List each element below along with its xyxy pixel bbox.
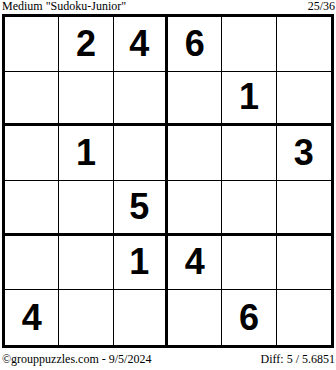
cell-r6c6[interactable] [277,290,331,345]
cell-r3c4[interactable] [168,126,222,181]
cell-r3c1[interactable] [5,126,59,181]
sudoku-board: 24611351446 [2,14,334,348]
cell-r2c2[interactable] [59,72,113,127]
cell-r3c5[interactable] [222,126,276,181]
cell-r2c3[interactable] [114,72,168,127]
cell-r5c1[interactable] [5,236,59,291]
cell-r2c5[interactable]: 1 [222,72,276,127]
cell-r5c2[interactable] [59,236,113,291]
cell-r6c1[interactable]: 4 [5,290,59,345]
puzzle-title: Medium "Sudoku-Junior" [2,0,126,13]
cell-r4c1[interactable] [5,181,59,236]
cell-r1c2[interactable]: 2 [59,17,113,72]
cell-r2c4[interactable] [168,72,222,127]
cell-r4c6[interactable] [277,181,331,236]
cell-r6c4[interactable] [168,290,222,345]
cell-r3c6[interactable]: 3 [277,126,331,181]
cell-r5c3[interactable]: 1 [114,236,168,291]
difficulty-label: Diff: 5 / 5.6851 [261,352,335,366]
cell-r4c5[interactable] [222,181,276,236]
cell-r3c2[interactable]: 1 [59,126,113,181]
cell-r5c6[interactable] [277,236,331,291]
cell-r6c5[interactable]: 6 [222,290,276,345]
puzzle-page: Medium "Sudoku-Junior" 25/36 24611351446… [0,0,336,370]
copyright-label: ©grouppuzzles.com - 9/5/2024 [2,352,151,366]
cell-r1c3[interactable]: 4 [114,17,168,72]
progress-counter: 25/36 [308,0,335,13]
cell-r6c3[interactable] [114,290,168,345]
cell-r1c4[interactable]: 6 [168,17,222,72]
header: Medium "Sudoku-Junior" 25/36 [2,0,335,13]
cell-r1c1[interactable] [5,17,59,72]
cell-r1c5[interactable] [222,17,276,72]
cell-r5c5[interactable] [222,236,276,291]
cell-r4c2[interactable] [59,181,113,236]
cell-r2c1[interactable] [5,72,59,127]
cell-r3c3[interactable] [114,126,168,181]
cell-r1c6[interactable] [277,17,331,72]
footer: ©grouppuzzles.com - 9/5/2024 Diff: 5 / 5… [2,352,335,367]
cell-r2c6[interactable] [277,72,331,127]
cell-r5c4[interactable]: 4 [168,236,222,291]
cell-r4c3[interactable]: 5 [114,181,168,236]
cell-r6c2[interactable] [59,290,113,345]
cell-r4c4[interactable] [168,181,222,236]
